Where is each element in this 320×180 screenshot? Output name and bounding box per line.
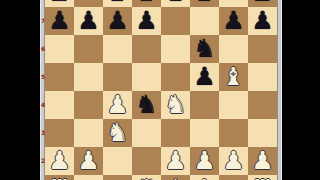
square-c6 xyxy=(103,35,132,63)
rank-label-3: 3 xyxy=(41,129,44,137)
square-f4 xyxy=(190,91,219,119)
square-c3: ♞ xyxy=(103,119,132,147)
square-a7: ♟ xyxy=(45,7,74,35)
piece-black-pawn: ♟ xyxy=(251,7,273,35)
square-e1: ♚ xyxy=(161,175,190,180)
piece-black-pawn: ♟ xyxy=(135,7,157,35)
piece-white-pawn: ♟ xyxy=(222,147,244,175)
square-f3 xyxy=(190,119,219,147)
piece-white-rook: ♜ xyxy=(48,175,70,180)
square-h2: ♟ xyxy=(248,147,277,175)
square-g3 xyxy=(219,119,248,147)
square-d7: ♟ xyxy=(132,7,161,35)
square-g6 xyxy=(219,35,248,63)
rank-label-4: 4 xyxy=(41,101,44,109)
square-e5 xyxy=(161,63,190,91)
piece-white-king: ♚ xyxy=(164,175,186,180)
square-d5 xyxy=(132,63,161,91)
piece-black-pawn: ♟ xyxy=(193,63,215,91)
square-c1 xyxy=(103,175,132,180)
square-e6 xyxy=(161,35,190,63)
square-d1: ♛ xyxy=(132,175,161,180)
square-a2: ♟ xyxy=(45,147,74,175)
square-a3 xyxy=(45,119,74,147)
square-a4 xyxy=(45,91,74,119)
square-a1: ♜ xyxy=(45,175,74,180)
piece-white-rook: ♜ xyxy=(251,175,273,180)
piece-black-knight: ♞ xyxy=(193,35,215,63)
square-h5 xyxy=(248,63,277,91)
square-b7: ♟ xyxy=(74,7,103,35)
square-f6: ♞ xyxy=(190,35,219,63)
square-e3 xyxy=(161,119,190,147)
square-b6 xyxy=(74,35,103,63)
square-d4: ♞ xyxy=(132,91,161,119)
square-b2: ♟ xyxy=(74,147,103,175)
square-d6 xyxy=(132,35,161,63)
piece-black-pawn: ♟ xyxy=(106,7,128,35)
piece-black-bishop: ♝ xyxy=(193,0,215,7)
letterbox-left xyxy=(0,0,40,180)
square-g5: ♝ xyxy=(219,63,248,91)
square-a5 xyxy=(45,63,74,91)
square-f8: ♝ xyxy=(190,0,219,7)
rank-label-5: 5 xyxy=(41,73,44,81)
square-b1 xyxy=(74,175,103,180)
square-b5 xyxy=(74,63,103,91)
piece-black-king: ♚ xyxy=(164,0,186,7)
chess-board: ♜♝♛♚♝♜♟♟♟♟♟♟♞♟♝♟♞♞♞♟♟♟♟♟♟♜♛♚♝♜ xyxy=(45,0,277,180)
square-f5: ♟ xyxy=(190,63,219,91)
square-h1: ♜ xyxy=(248,175,277,180)
piece-white-pawn: ♟ xyxy=(251,147,273,175)
square-a6 xyxy=(45,35,74,63)
letterbox-right xyxy=(282,0,320,180)
square-e8: ♚ xyxy=(161,0,190,7)
square-e4: ♞ xyxy=(161,91,190,119)
rank-label-6: 6 xyxy=(41,45,44,53)
square-c5 xyxy=(103,63,132,91)
square-f1: ♝ xyxy=(190,175,219,180)
piece-white-bishop: ♝ xyxy=(193,175,215,180)
square-c7: ♟ xyxy=(103,7,132,35)
square-b3 xyxy=(74,119,103,147)
square-h6 xyxy=(248,35,277,63)
rank-label-7: 7 xyxy=(41,17,44,25)
square-f2: ♟ xyxy=(190,147,219,175)
piece-white-pawn: ♟ xyxy=(106,91,128,119)
piece-white-knight: ♞ xyxy=(164,91,186,119)
square-g4 xyxy=(219,91,248,119)
piece-black-pawn: ♟ xyxy=(222,7,244,35)
square-d2 xyxy=(132,147,161,175)
board-edge-strip-left: 765432 xyxy=(40,0,45,180)
piece-white-pawn: ♟ xyxy=(164,147,186,175)
square-g7: ♟ xyxy=(219,7,248,35)
piece-white-pawn: ♟ xyxy=(48,147,70,175)
square-g1 xyxy=(219,175,248,180)
square-g2: ♟ xyxy=(219,147,248,175)
rank-label-2: 2 xyxy=(41,157,44,165)
square-c4: ♟ xyxy=(103,91,132,119)
square-b4 xyxy=(74,91,103,119)
square-c2 xyxy=(103,147,132,175)
piece-black-knight: ♞ xyxy=(135,91,157,119)
square-h7: ♟ xyxy=(248,7,277,35)
piece-black-pawn: ♟ xyxy=(48,7,70,35)
piece-white-bishop: ♝ xyxy=(222,63,244,91)
square-f7 xyxy=(190,7,219,35)
square-d3 xyxy=(132,119,161,147)
piece-white-queen: ♛ xyxy=(135,175,157,180)
piece-white-knight: ♞ xyxy=(106,119,128,147)
square-e7 xyxy=(161,7,190,35)
square-h4 xyxy=(248,91,277,119)
square-e2: ♟ xyxy=(161,147,190,175)
square-h3 xyxy=(248,119,277,147)
piece-white-pawn: ♟ xyxy=(77,147,99,175)
piece-black-pawn: ♟ xyxy=(77,7,99,35)
piece-white-pawn: ♟ xyxy=(193,147,215,175)
